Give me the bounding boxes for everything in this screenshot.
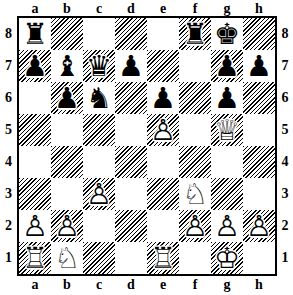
square-f2[interactable]: ♟♙ [179,210,211,242]
square-c7[interactable]: ♛ [83,50,115,82]
square-e8[interactable] [147,18,179,50]
file-label-f: f [179,278,211,292]
square-h1[interactable] [243,242,275,274]
square-g3[interactable] [211,178,243,210]
square-a3[interactable] [19,178,51,210]
piece-bk-g8[interactable]: ♚ [211,18,243,50]
square-d6[interactable] [115,82,147,114]
square-a6[interactable] [19,82,51,114]
rank-label-5: 5 [0,114,17,146]
square-f4[interactable] [179,146,211,178]
file-label-c: c [83,2,115,16]
square-g5[interactable]: ♛♕ [211,114,243,146]
square-g4[interactable] [211,146,243,178]
square-g6[interactable]: ♟ [211,82,243,114]
rank-label-1: 1 [0,242,17,274]
rank-label-7: 7 [0,50,17,82]
black-piece-glyph: ♜ [19,18,51,50]
piece-wp-c3[interactable]: ♟♙ [83,178,115,210]
file-label-g: g [211,278,243,292]
file-label-a: a [19,278,51,292]
white-piece-outline: ♙ [51,210,83,242]
square-f5[interactable] [179,114,211,146]
piece-bp-b6[interactable]: ♟ [51,82,83,114]
piece-bp-e6[interactable]: ♟ [147,82,179,114]
file-label-a: a [19,2,51,16]
piece-wn-f3[interactable]: ♞♘ [179,178,211,210]
square-c8[interactable] [83,18,115,50]
white-piece-outline: ♘ [179,178,211,210]
file-label-h: h [243,2,275,16]
square-c1[interactable] [83,242,115,274]
square-d4[interactable] [115,146,147,178]
square-b1[interactable]: ♞♘ [51,242,83,274]
white-piece-outline: ♕ [211,114,243,146]
square-f7[interactable] [179,50,211,82]
rank-label-1: 1 [277,242,293,274]
square-h2[interactable]: ♟♙ [243,210,275,242]
rank-label-4: 4 [277,146,293,178]
piece-wq-g5[interactable]: ♛♕ [211,114,243,146]
square-d1[interactable] [115,242,147,274]
piece-bb-b7[interactable]: ♝ [51,50,83,82]
black-piece-glyph: ♞ [83,82,115,114]
rank-label-7: 7 [277,50,293,82]
black-piece-glyph: ♝ [51,50,83,82]
rank-label-8: 8 [0,18,17,50]
file-label-d: d [115,278,147,292]
piece-bn-c6[interactable]: ♞ [83,82,115,114]
square-b4[interactable] [51,146,83,178]
file-label-b: b [51,2,83,16]
square-g7[interactable]: ♟ [211,50,243,82]
file-label-c: c [83,278,115,292]
white-piece-outline: ♙ [243,210,275,242]
black-piece-glyph: ♟ [19,50,51,82]
file-label-h: h [243,278,275,292]
white-piece-outline: ♖ [19,242,51,274]
file-label-g: g [211,2,243,16]
rank-label-2: 2 [277,210,293,242]
square-b3[interactable] [51,178,83,210]
square-h4[interactable] [243,146,275,178]
piece-bp-h7[interactable]: ♟ [243,50,275,82]
square-f6[interactable] [179,82,211,114]
square-a8[interactable]: ♜ [19,18,51,50]
white-piece-outline: ♙ [211,210,243,242]
white-piece-outline: ♙ [147,114,179,146]
square-h8[interactable] [243,18,275,50]
file-label-d: d [115,2,147,16]
file-label-b: b [51,278,83,292]
piece-bp-g6[interactable]: ♟ [211,82,243,114]
piece-wr-a1[interactable]: ♜♖ [19,242,51,274]
chess-board[interactable]: ♜♜♚♟♝♛♟♟♟♟♞♟♟♟♙♛♕♟♙♞♘♟♙♟♙♟♙♟♙♟♙♜♖♞♘♜♖♚♔ [17,16,277,276]
square-b6[interactable]: ♟ [51,82,83,114]
piece-wk-g1[interactable]: ♚♔ [211,242,243,274]
black-piece-glyph: ♟ [115,50,147,82]
white-piece-outline: ♖ [147,242,179,274]
square-e1[interactable]: ♜♖ [147,242,179,274]
rank-label-6: 6 [277,82,293,114]
square-b7[interactable]: ♝ [51,50,83,82]
square-h3[interactable] [243,178,275,210]
square-c4[interactable] [83,146,115,178]
square-f1[interactable] [179,242,211,274]
black-piece-glyph: ♛ [83,50,115,82]
white-piece-outline: ♙ [19,210,51,242]
piece-wp-a2[interactable]: ♟♙ [19,210,51,242]
piece-wp-f2[interactable]: ♟♙ [179,210,211,242]
file-labels-top: abcdefgh [17,0,277,16]
piece-wp-e5[interactable]: ♟♙ [147,114,179,146]
square-g1[interactable]: ♚♔ [211,242,243,274]
piece-wn-b1[interactable]: ♞♘ [51,242,83,274]
square-a2[interactable]: ♟♙ [19,210,51,242]
square-b5[interactable] [51,114,83,146]
square-f3[interactable]: ♞♘ [179,178,211,210]
piece-wp-b2[interactable]: ♟♙ [51,210,83,242]
square-d5[interactable] [115,114,147,146]
square-g8[interactable]: ♚ [211,18,243,50]
file-labels-bottom: abcdefgh [17,276,277,295]
white-piece-outline: ♙ [83,178,115,210]
rank-label-3: 3 [0,178,17,210]
black-piece-glyph: ♜ [179,18,211,50]
square-h6[interactable] [243,82,275,114]
rank-label-6: 6 [0,82,17,114]
square-e4[interactable] [147,146,179,178]
rank-label-3: 3 [277,178,293,210]
square-b2[interactable]: ♟♙ [51,210,83,242]
square-a4[interactable] [19,146,51,178]
rank-label-5: 5 [277,114,293,146]
rank-labels-right: 87654321 [277,16,293,276]
piece-br-a8[interactable]: ♜ [19,18,51,50]
rank-label-4: 4 [0,146,17,178]
black-piece-glyph: ♟ [211,82,243,114]
square-a7[interactable]: ♟ [19,50,51,82]
square-e3[interactable] [147,178,179,210]
piece-wp-g2[interactable]: ♟♙ [211,210,243,242]
square-a5[interactable] [19,114,51,146]
square-b8[interactable] [51,18,83,50]
piece-wp-h2[interactable]: ♟♙ [243,210,275,242]
square-h5[interactable] [243,114,275,146]
piece-bp-g7[interactable]: ♟ [211,50,243,82]
black-piece-glyph: ♟ [147,82,179,114]
piece-wr-e1[interactable]: ♜♖ [147,242,179,274]
rank-label-8: 8 [277,18,293,50]
rank-label-2: 2 [0,210,17,242]
black-piece-glyph: ♟ [243,50,275,82]
square-e5[interactable]: ♟♙ [147,114,179,146]
square-e6[interactable]: ♟ [147,82,179,114]
square-f8[interactable]: ♜ [179,18,211,50]
piece-bq-c7[interactable]: ♛ [83,50,115,82]
piece-bp-a7[interactable]: ♟ [19,50,51,82]
square-a1[interactable]: ♜♖ [19,242,51,274]
square-c6[interactable]: ♞ [83,82,115,114]
square-d3[interactable] [115,178,147,210]
square-c3[interactable]: ♟♙ [83,178,115,210]
square-e7[interactable] [147,50,179,82]
square-c5[interactable] [83,114,115,146]
white-piece-outline: ♔ [211,242,243,274]
file-label-e: e [147,2,179,16]
white-piece-outline: ♘ [51,242,83,274]
file-label-f: f [179,2,211,16]
black-piece-glyph: ♟ [211,50,243,82]
square-c2[interactable] [83,210,115,242]
square-g2[interactable]: ♟♙ [211,210,243,242]
square-d2[interactable] [115,210,147,242]
black-piece-glyph: ♟ [51,82,83,114]
chess-diagram: abcdefgh 87654321 ♜♜♚♟♝♛♟♟♟♟♞♟♟♟♙♛♕♟♙♞♘♟… [0,0,293,295]
square-h7[interactable]: ♟ [243,50,275,82]
file-label-e: e [147,278,179,292]
piece-bp-d7[interactable]: ♟ [115,50,147,82]
rank-labels-left: 87654321 [0,16,17,276]
piece-br-f8[interactable]: ♜ [179,18,211,50]
square-d8[interactable] [115,18,147,50]
black-piece-glyph: ♚ [211,18,243,50]
white-piece-outline: ♙ [179,210,211,242]
square-d7[interactable]: ♟ [115,50,147,82]
square-e2[interactable] [147,210,179,242]
